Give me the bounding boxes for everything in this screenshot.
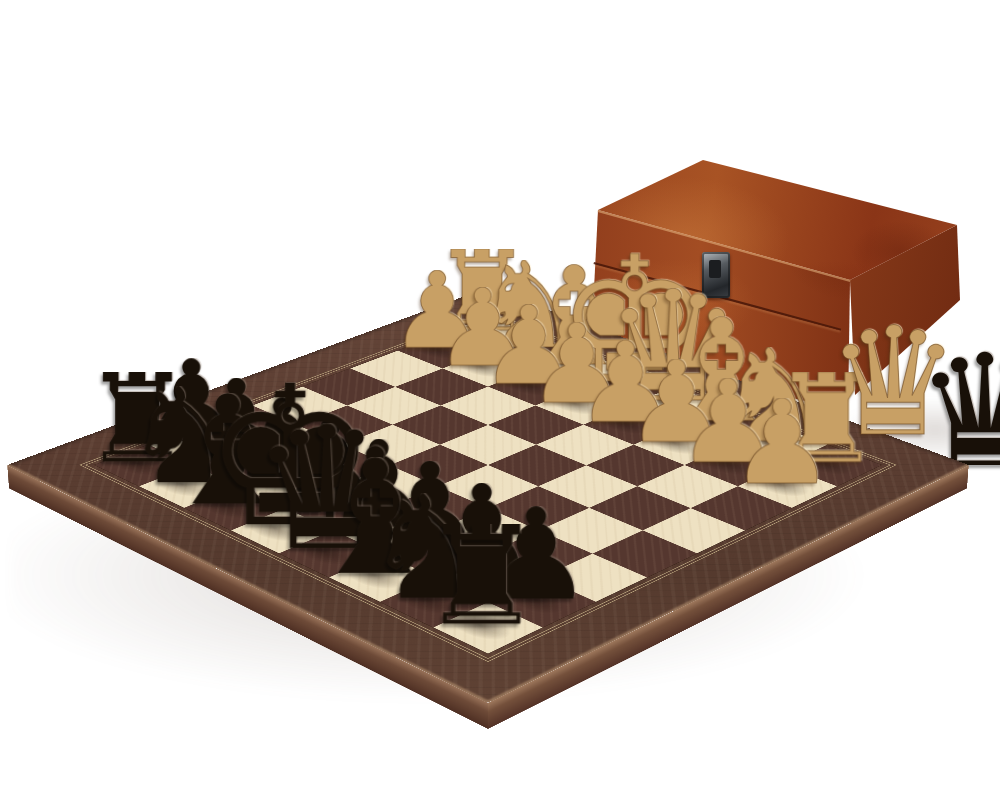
black-rook-icon: ♜ xyxy=(404,524,559,630)
spare-white-queen-glyph: ♛ xyxy=(826,322,938,442)
product-photo-scene: ♜♞♝♚♛♝♞♜♟♟♟♟♟♟♟♟♟♟♟♟♟♟♟♟♜♞♝♚♛♝♞♜ ♛ ♛ xyxy=(0,0,1000,800)
piece-black-rook-a8[interactable]: ♜ xyxy=(433,602,543,654)
piece-white-pawn-a2[interactable]: ♟ xyxy=(737,465,837,508)
spare-white-queen[interactable]: ♛ xyxy=(826,322,938,442)
